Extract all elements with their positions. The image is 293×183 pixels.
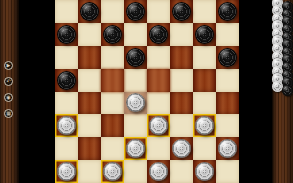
square-f1 (170, 160, 193, 183)
square-a1[interactable] (55, 160, 78, 183)
square-c2 (101, 137, 124, 160)
black-man[interactable] (218, 2, 237, 21)
square-f5 (170, 69, 193, 92)
square-c5[interactable] (101, 69, 124, 92)
square-b2[interactable] (78, 137, 101, 160)
square-g7[interactable] (193, 23, 216, 46)
move-target-highlight (101, 69, 124, 92)
play-icon: ▶ (7, 63, 11, 68)
square-c4 (101, 92, 124, 115)
square-a6 (55, 46, 78, 69)
square-b7 (78, 23, 101, 46)
square-d4[interactable] (124, 92, 147, 115)
board (55, 0, 239, 183)
play-button[interactable]: ▶ (4, 61, 13, 70)
square-e4 (147, 92, 170, 115)
move-target-highlight (147, 69, 170, 92)
square-f7 (170, 23, 193, 46)
black-man[interactable] (126, 2, 145, 21)
black-man[interactable] (57, 25, 76, 44)
white-man[interactable] (57, 162, 76, 181)
left-wood-rail: ▶ ↶ ◉ ▦ (0, 0, 19, 183)
square-h8[interactable] (216, 0, 239, 23)
square-d8[interactable] (124, 0, 147, 23)
square-a8 (55, 0, 78, 23)
square-c7[interactable] (101, 23, 124, 46)
square-a4 (55, 92, 78, 115)
square-d2[interactable] (124, 137, 147, 160)
square-c6 (101, 46, 124, 69)
square-g3[interactable] (193, 114, 216, 137)
square-e6 (147, 46, 170, 69)
square-h3 (216, 114, 239, 137)
black-man[interactable] (149, 25, 168, 44)
square-a5[interactable] (55, 69, 78, 92)
black-man[interactable] (80, 2, 99, 21)
square-b5 (78, 69, 101, 92)
checkers-app: ▶ ↶ ◉ ▦ (0, 0, 293, 183)
menu-grid-icon: ▦ (6, 111, 11, 116)
white-man[interactable] (126, 139, 145, 158)
white-man[interactable] (149, 162, 168, 181)
square-c3[interactable] (101, 114, 124, 137)
square-f3 (170, 114, 193, 137)
white-man[interactable] (57, 116, 76, 135)
square-g4 (193, 92, 216, 115)
tray-black-piece (282, 85, 293, 97)
square-e2 (147, 137, 170, 160)
square-e7[interactable] (147, 23, 170, 46)
square-f2[interactable] (170, 137, 193, 160)
square-d5 (124, 69, 147, 92)
square-h1 (216, 160, 239, 183)
square-f4[interactable] (170, 92, 193, 115)
square-h4[interactable] (216, 92, 239, 115)
sidebar: ▶ ↶ ◉ ▦ (4, 61, 13, 118)
square-b8[interactable] (78, 0, 101, 23)
hint-icon: ◉ (6, 95, 10, 100)
black-man[interactable] (57, 71, 76, 90)
square-g8 (193, 0, 216, 23)
square-g6 (193, 46, 216, 69)
undo-button[interactable]: ↶ (4, 77, 13, 86)
black-man[interactable] (172, 2, 191, 21)
square-b1 (78, 160, 101, 183)
square-a7[interactable] (55, 23, 78, 46)
square-g5[interactable] (193, 69, 216, 92)
black-man[interactable] (218, 48, 237, 67)
square-d6[interactable] (124, 46, 147, 69)
square-b4[interactable] (78, 92, 101, 115)
white-man[interactable] (103, 162, 122, 181)
square-e3[interactable] (147, 114, 170, 137)
white-man[interactable] (218, 139, 237, 158)
square-e1[interactable] (147, 160, 170, 183)
square-f8[interactable] (170, 0, 193, 23)
hint-button[interactable]: ◉ (4, 93, 13, 102)
white-man[interactable] (149, 116, 168, 135)
black-man[interactable] (103, 25, 122, 44)
square-e5[interactable] (147, 69, 170, 92)
square-h5 (216, 69, 239, 92)
square-e8 (147, 0, 170, 23)
square-d3 (124, 114, 147, 137)
menu-button[interactable]: ▦ (4, 109, 13, 118)
square-a2 (55, 137, 78, 160)
square-f6[interactable] (170, 46, 193, 69)
square-a3[interactable] (55, 114, 78, 137)
black-man[interactable] (195, 25, 214, 44)
white-man[interactable] (195, 116, 214, 135)
square-d7 (124, 23, 147, 46)
square-g2 (193, 137, 216, 160)
white-man[interactable] (172, 139, 191, 158)
square-d1 (124, 160, 147, 183)
square-h7 (216, 23, 239, 46)
square-c1[interactable] (101, 160, 124, 183)
black-man[interactable] (126, 48, 145, 67)
square-g1[interactable] (193, 160, 216, 183)
square-c8 (101, 0, 124, 23)
square-b6[interactable] (78, 46, 101, 69)
white-man[interactable] (195, 162, 214, 181)
square-h2[interactable] (216, 137, 239, 160)
square-h6[interactable] (216, 46, 239, 69)
square-b3 (78, 114, 101, 137)
undo-icon: ↶ (6, 79, 10, 84)
